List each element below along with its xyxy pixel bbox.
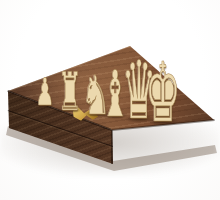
chess-piece-pawn-icon: ♟ [34, 73, 56, 111]
chess-piece-king-icon: ♚ [143, 52, 182, 134]
chess-box-photo: ♟ ♜ ♞ ♝ ♛ ♚ [0, 0, 220, 200]
